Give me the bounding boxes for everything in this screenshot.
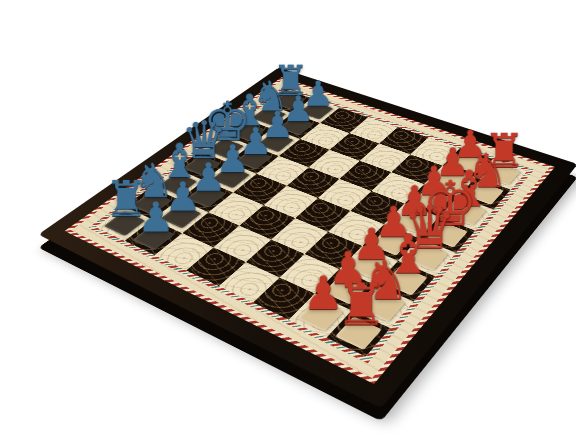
decorative-border-band: ♜♞♝♛♚♝♞♜♟♟♟♟♟♟♟♟♟♟♟♟♟♟♟♟♜♞♝♛♚♝♞♜ — [65, 77, 555, 384]
square-d5[interactable] — [264, 186, 318, 219]
square-a1[interactable]: ♜ — [326, 310, 390, 356]
chess-board: ♜♞♝♛♚♝♞♜♟♟♟♟♟♟♟♟♟♟♟♟♟♟♟♟♜♞♝♛♚♝♞♜ — [38, 67, 576, 408]
chess-set-photo: ♜♞♝♛♚♝♞♜♟♟♟♟♟♟♟♟♟♟♟♟♟♟♟♟♜♞♝♛♚♝♞♜ — [0, 0, 576, 435]
board-frame: ♜♞♝♛♚♝♞♜♟♟♟♟♟♟♟♟♟♟♟♟♟♟♟♟♜♞♝♛♚♝♞♜ — [38, 67, 576, 408]
board-grid: ♜♞♝♛♚♝♞♜♟♟♟♟♟♟♟♟♟♟♟♟♟♟♟♟♜♞♝♛♚♝♞♜ — [88, 86, 534, 363]
piece-black-pawn[interactable]: ♟ — [137, 196, 174, 238]
piece-white-rook[interactable]: ♜ — [335, 276, 387, 334]
